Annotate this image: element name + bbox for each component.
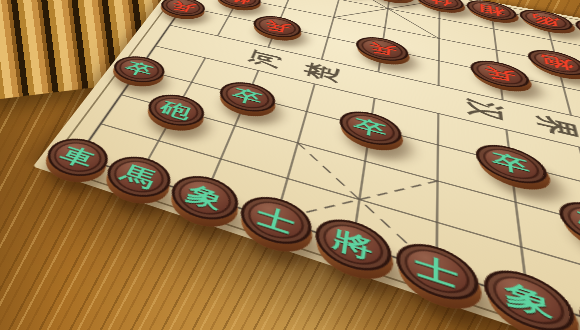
piece-top-face: 馬 bbox=[99, 150, 178, 204]
piece-green-elephant[interactable]: 象 bbox=[164, 169, 244, 228]
piece-red-advisor[interactable]: 仕 bbox=[416, 0, 464, 13]
piece-green-soldier[interactable]: 卒 bbox=[107, 52, 171, 87]
piece-top-face: 卒 bbox=[107, 52, 171, 87]
piece-character: 車 bbox=[57, 144, 99, 171]
piece-character: 兵 bbox=[262, 19, 291, 34]
piece-green-elephant[interactable]: 象 bbox=[483, 261, 580, 330]
piece-character: 兵 bbox=[483, 64, 516, 83]
piece-red-soldier[interactable]: 兵 bbox=[470, 56, 531, 92]
piece-character: 卒 bbox=[491, 150, 531, 178]
piece-green-cannon[interactable]: 砲 bbox=[556, 195, 580, 260]
piece-character: 馬 bbox=[117, 162, 159, 191]
piece-character: 仕 bbox=[427, 0, 452, 7]
pieces-layer: 車馬相仕帥仕相馬車炮炮兵兵兵兵兵卒卒卒卒卒砲砲車馬象士將士象馬車 bbox=[33, 0, 580, 330]
piece-red-soldier[interactable]: 兵 bbox=[156, 0, 209, 20]
piece-character: 象 bbox=[183, 182, 226, 213]
piece-character: 士 bbox=[254, 203, 297, 237]
piece-red-soldier[interactable]: 兵 bbox=[354, 33, 409, 65]
piece-character: 兵 bbox=[169, 0, 198, 13]
piece-character: 卒 bbox=[230, 86, 265, 107]
piece-green-soldier[interactable]: 卒 bbox=[475, 139, 550, 191]
xiangqi-board: 河 楚 汉 界 車馬相仕帥仕相馬車炮炮兵兵兵兵兵卒卒卒卒卒砲砲車馬象士將士象馬車 bbox=[33, 0, 580, 330]
piece-red-cannon[interactable]: 炮 bbox=[213, 0, 264, 11]
piece-top-face: 砲 bbox=[556, 195, 580, 260]
piece-green-soldier[interactable]: 卒 bbox=[215, 78, 280, 118]
piece-character: 砲 bbox=[158, 99, 195, 121]
scene: 河 楚 汉 界 車馬相仕帥仕相馬車炮炮兵兵兵兵兵卒卒卒卒卒砲砲車馬象士將士象馬車 bbox=[0, 0, 580, 330]
piece-character: 炮 bbox=[225, 0, 252, 5]
piece-character: 兵 bbox=[367, 40, 396, 57]
piece-character: 卒 bbox=[352, 116, 387, 140]
piece-green-advisor[interactable]: 士 bbox=[395, 235, 480, 310]
piece-green-cannon[interactable]: 砲 bbox=[141, 90, 210, 132]
piece-top-face: 象 bbox=[483, 261, 580, 330]
piece-green-advisor[interactable]: 士 bbox=[235, 190, 316, 253]
piece-green-soldier[interactable]: 卒 bbox=[337, 106, 403, 151]
piece-character: 將 bbox=[331, 226, 375, 263]
piece-character: 象 bbox=[503, 278, 554, 322]
piece-green-general[interactable]: 將 bbox=[311, 211, 393, 280]
piece-green-horse[interactable]: 馬 bbox=[99, 150, 178, 204]
piece-wood-side bbox=[368, 0, 415, 7]
piece-red-soldier[interactable]: 兵 bbox=[250, 13, 304, 41]
piece-character: 卒 bbox=[122, 60, 156, 79]
piece-red-general[interactable]: 帥 bbox=[367, 0, 414, 4]
piece-character: 馬 bbox=[531, 13, 561, 28]
piece-red-cannon[interactable]: 炮 bbox=[526, 46, 580, 80]
piece-character: 士 bbox=[414, 251, 459, 291]
piece-red-elephant[interactable]: 相 bbox=[466, 0, 518, 23]
piece-red-horse[interactable]: 馬 bbox=[518, 7, 575, 34]
piece-character: 相 bbox=[478, 3, 506, 17]
piece-character: 炮 bbox=[540, 53, 574, 71]
